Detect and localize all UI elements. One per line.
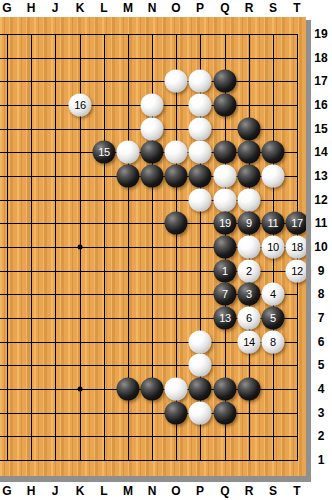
column-label: P [190, 0, 210, 16]
stone-Q12[interactable] [214, 189, 237, 212]
stone-move-number: 4 [262, 283, 285, 306]
stone-R12[interactable] [238, 189, 261, 212]
stone-move-number: 15 [93, 141, 116, 164]
stone-M14[interactable] [117, 141, 140, 164]
go-board[interactable]: 16151991117101812127341365148 [0, 17, 306, 476]
stone-O3[interactable] [165, 402, 188, 425]
stone-move-number: 5 [262, 307, 285, 330]
column-label: H [21, 483, 41, 499]
stone-N4[interactable] [141, 378, 164, 401]
row-label: 3 [311, 405, 331, 421]
stone-move-number: 16 [69, 94, 92, 117]
stone-move-number: 6 [238, 307, 261, 330]
column-label: O [166, 0, 186, 16]
stone-move-number: 14 [238, 331, 261, 354]
stone-move-number: 7 [214, 283, 237, 306]
row-label: 1 [311, 452, 331, 468]
column-label: N [142, 0, 162, 16]
stone-P12[interactable] [189, 189, 212, 212]
stone-move-number: 1 [214, 260, 237, 283]
stone-S6[interactable]: 8 [262, 331, 285, 354]
stone-Q13[interactable] [214, 165, 237, 188]
stone-S7[interactable]: 5 [262, 307, 285, 330]
row-label: 16 [311, 97, 331, 113]
row-label: 6 [311, 334, 331, 350]
stone-move-number: 9 [238, 212, 261, 235]
grid-line-horizontal [0, 81, 298, 82]
column-label: O [166, 483, 186, 499]
row-label: 5 [311, 357, 331, 373]
stone-S11[interactable]: 11 [262, 212, 285, 235]
stone-P14[interactable] [189, 141, 212, 164]
stone-P3[interactable] [189, 402, 212, 425]
grid-line-horizontal [0, 34, 298, 35]
column-label: J [45, 0, 65, 16]
stone-R14[interactable] [238, 141, 261, 164]
row-label: 10 [311, 239, 331, 255]
stone-P16[interactable] [189, 94, 212, 117]
column-label: K [70, 483, 90, 499]
stone-S13[interactable] [262, 165, 285, 188]
stone-Q11[interactable]: 19 [214, 212, 237, 235]
stone-move-number: 11 [262, 212, 285, 235]
stone-Q10[interactable] [214, 236, 237, 259]
stone-Q17[interactable] [214, 70, 237, 93]
row-label: 15 [311, 121, 331, 137]
column-label: T [287, 483, 307, 499]
column-label: G [0, 0, 17, 16]
stone-P17[interactable] [189, 70, 212, 93]
stone-P13[interactable] [189, 165, 212, 188]
stone-M13[interactable] [117, 165, 140, 188]
stone-R6[interactable]: 14 [238, 331, 261, 354]
board-shadow-bottom [0, 476, 311, 482]
grid-line-horizontal [0, 460, 298, 461]
column-label: S [263, 0, 283, 16]
stone-Q7[interactable]: 13 [214, 307, 237, 330]
row-label: 9 [311, 263, 331, 279]
grid-line-horizontal [0, 436, 298, 437]
row-label: 2 [311, 428, 331, 444]
stone-S10[interactable]: 10 [262, 236, 285, 259]
star-point [78, 387, 83, 392]
row-label: 13 [311, 168, 331, 184]
stone-move-number: 2 [238, 260, 261, 283]
column-label: M [118, 0, 138, 16]
stone-O4[interactable] [165, 378, 188, 401]
column-label: M [118, 483, 138, 499]
stone-N13[interactable] [141, 165, 164, 188]
row-label: 14 [311, 144, 331, 160]
column-label: N [142, 483, 162, 499]
stone-L14[interactable]: 15 [93, 141, 116, 164]
grid-line-horizontal [0, 58, 298, 59]
stone-move-number: 19 [214, 212, 237, 235]
stone-O13[interactable] [165, 165, 188, 188]
row-label: 19 [311, 26, 331, 42]
row-label: 7 [311, 310, 331, 326]
stone-P15[interactable] [189, 118, 212, 141]
row-label: 18 [311, 50, 331, 66]
stone-S8[interactable]: 4 [262, 283, 285, 306]
stone-move-number: 8 [262, 331, 285, 354]
row-label: 11 [311, 215, 331, 231]
column-label: G [0, 483, 17, 499]
stone-P6[interactable] [189, 331, 212, 354]
go-board-diagram: 16151991117101812127341365148 GHJKLMNOPQ… [0, 0, 332, 500]
stone-O17[interactable] [165, 70, 188, 93]
column-label: R [239, 0, 259, 16]
stone-Q16[interactable] [214, 94, 237, 117]
stone-R9[interactable]: 2 [238, 260, 261, 283]
column-label: P [190, 483, 210, 499]
column-label: T [287, 0, 307, 16]
column-label: L [94, 483, 114, 499]
stone-S14[interactable] [262, 141, 285, 164]
stone-R11[interactable]: 9 [238, 212, 261, 235]
stone-R7[interactable]: 6 [238, 307, 261, 330]
column-label: Q [215, 0, 235, 16]
row-label: 4 [311, 381, 331, 397]
stone-M4[interactable] [117, 378, 140, 401]
stone-N16[interactable] [141, 94, 164, 117]
stone-move-number: 3 [238, 283, 261, 306]
stone-R8[interactable]: 3 [238, 283, 261, 306]
stone-O11[interactable] [165, 212, 188, 235]
stone-move-number: 13 [214, 307, 237, 330]
stone-move-number: 10 [262, 236, 285, 259]
stone-P5[interactable] [189, 354, 212, 377]
stone-Q14[interactable] [214, 141, 237, 164]
star-point [78, 245, 83, 250]
stone-P4[interactable] [189, 378, 212, 401]
column-label: R [239, 483, 259, 499]
stone-R4[interactable] [238, 378, 261, 401]
column-label: Q [215, 483, 235, 499]
stone-R13[interactable] [238, 165, 261, 188]
row-label: 8 [311, 286, 331, 302]
stone-Q8[interactable]: 7 [214, 283, 237, 306]
column-label: K [70, 0, 90, 16]
stone-Q3[interactable] [214, 402, 237, 425]
stone-R10[interactable] [238, 236, 261, 259]
column-label: S [263, 483, 283, 499]
stone-O14[interactable] [165, 141, 188, 164]
grid-line-horizontal [0, 365, 298, 366]
column-label: J [45, 483, 65, 499]
stone-N15[interactable] [141, 118, 164, 141]
column-label: L [94, 0, 114, 16]
grid-line-horizontal [0, 413, 298, 414]
column-label: H [21, 0, 41, 16]
stone-Q9[interactable]: 1 [214, 260, 237, 283]
stone-N14[interactable] [141, 141, 164, 164]
row-label: 12 [311, 192, 331, 208]
stone-R15[interactable] [238, 118, 261, 141]
stone-Q4[interactable] [214, 378, 237, 401]
row-label: 17 [311, 73, 331, 89]
stone-K16[interactable]: 16 [69, 94, 92, 117]
